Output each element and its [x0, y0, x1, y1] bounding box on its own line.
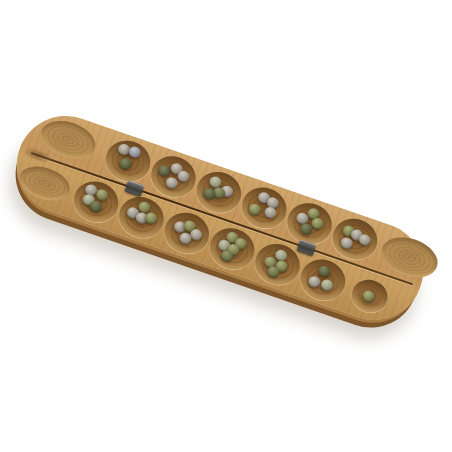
photo-scene — [0, 0, 452, 452]
store-south-left — [15, 160, 74, 206]
seed-sage — [320, 278, 335, 292]
store-rings — [19, 164, 71, 203]
seed-dark — [157, 164, 172, 178]
seed-dark — [118, 156, 133, 170]
seed-grey — [176, 170, 191, 184]
seed-green — [248, 203, 263, 217]
seed-green — [95, 187, 110, 201]
store-rings — [380, 234, 439, 280]
seed-green — [362, 289, 377, 303]
mancala-board — [4, 103, 437, 334]
store-south-right — [348, 275, 392, 317]
pit-rings — [286, 201, 334, 246]
seed-slate — [127, 145, 142, 159]
seed-dark — [317, 264, 332, 278]
seed-dark — [89, 200, 104, 214]
pit-rings — [150, 154, 198, 199]
